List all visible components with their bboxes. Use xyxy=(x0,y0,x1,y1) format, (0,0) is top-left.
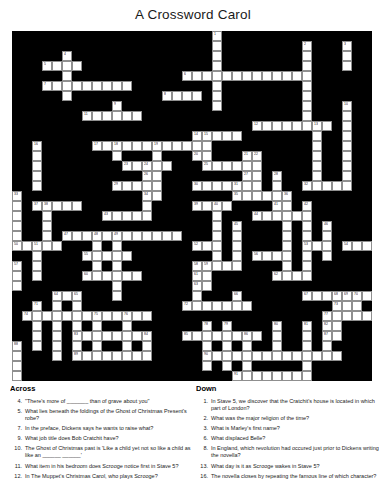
grid-cell xyxy=(92,271,102,281)
grid-cell xyxy=(112,331,122,341)
grid-cell xyxy=(322,341,332,351)
grid-cell: 68 xyxy=(332,291,342,301)
clue-item: 11.What item in his bedroom does Scrooge… xyxy=(10,462,192,469)
grid-cell xyxy=(262,371,272,381)
grid-cell: 57 xyxy=(12,261,22,271)
grid-cell xyxy=(342,131,352,141)
cell-number: 41 xyxy=(274,202,278,206)
grid-cell xyxy=(12,361,22,371)
grid-cell xyxy=(332,331,342,341)
grid-cell xyxy=(212,71,222,81)
grid-cell xyxy=(92,111,102,121)
grid-cell xyxy=(52,311,62,321)
grid-cell xyxy=(252,161,262,171)
cell-number: 48 xyxy=(94,232,98,236)
grid-cell xyxy=(102,111,112,121)
grid-cell xyxy=(262,211,272,221)
cell-number: 46 xyxy=(324,222,328,226)
grid-cell xyxy=(232,301,242,311)
cell-number: 19 xyxy=(154,142,158,146)
grid-cell xyxy=(132,311,142,321)
cell-number: 6 xyxy=(184,72,186,76)
grid-cell xyxy=(302,91,312,101)
grid-cell xyxy=(112,311,122,321)
grid-cell xyxy=(222,351,232,361)
cell-number: 43 xyxy=(104,212,108,216)
grid-cell: 40 xyxy=(212,201,222,211)
grid-cell: 25 xyxy=(202,161,212,171)
grid-cell xyxy=(122,321,132,331)
grid-cell xyxy=(32,341,42,351)
grid-cell: 51 xyxy=(32,241,42,251)
puzzle-title: A Crossword Carol xyxy=(0,7,386,22)
grid-cell xyxy=(222,71,232,81)
clue-text: The Ghost of Christmas past is 'Like a c… xyxy=(25,445,192,459)
cell-number: 68 xyxy=(334,292,338,296)
grid-cell xyxy=(312,161,322,171)
grid-cell xyxy=(52,301,62,311)
grid-cell xyxy=(122,351,132,361)
cell-number: 9 xyxy=(114,102,116,106)
grid-cell xyxy=(302,61,312,71)
grid-cell: 81 xyxy=(302,321,312,331)
grid-cell xyxy=(272,121,282,131)
grid-cell: 22 xyxy=(252,151,262,161)
grid-cell xyxy=(302,251,312,261)
grid-cell: 83 xyxy=(72,331,82,341)
grid-cell: 26 xyxy=(142,171,152,181)
grid-cell xyxy=(112,291,122,301)
cell-number: 23 xyxy=(124,162,128,166)
grid-cell xyxy=(22,241,32,251)
grid-cell xyxy=(232,131,242,141)
grid-cell: 24 xyxy=(142,161,152,171)
grid-cell xyxy=(212,331,222,341)
clue-number: 5. xyxy=(10,408,22,422)
cell-number: 7 xyxy=(44,82,46,86)
grid-cell xyxy=(202,181,212,191)
clue-item: 7.In the preface, Dickens says he wants … xyxy=(10,425,192,432)
cell-number: 33 xyxy=(14,192,18,196)
cell-number: 17 xyxy=(94,142,98,146)
cell-number: 51 xyxy=(34,242,38,246)
grid-cell xyxy=(222,131,232,141)
grid-cell xyxy=(342,301,352,311)
grid-cell: 11 xyxy=(82,111,92,121)
grid-cell xyxy=(312,171,322,181)
grid-cell xyxy=(122,231,132,241)
grid-cell xyxy=(322,121,332,131)
grid-cell xyxy=(242,191,252,201)
grid-cell xyxy=(282,351,292,361)
grid-cell xyxy=(102,231,112,241)
clue-number: 10. xyxy=(10,445,22,459)
grid-cell xyxy=(132,271,142,281)
clue-item: 13.What day is it as Scrooge wakes in St… xyxy=(196,462,382,469)
grid-cell xyxy=(102,311,112,321)
grid-cell xyxy=(202,361,212,371)
grid-cell xyxy=(242,361,252,371)
grid-cell xyxy=(112,241,122,251)
grid-cell xyxy=(32,171,42,181)
grid-cell xyxy=(192,141,202,151)
grid-cell xyxy=(122,251,132,261)
cell-number: 35 xyxy=(234,192,238,196)
grid-cell xyxy=(302,71,312,81)
cell-number: 91 xyxy=(234,372,238,376)
grid-cell: 56 xyxy=(252,251,262,261)
grid-cell: 33 xyxy=(12,191,22,201)
clue-item: 10.The Ghost of Christmas past is 'Like … xyxy=(10,445,192,459)
grid-cell: 59 xyxy=(202,261,212,271)
grid-cell: 74 xyxy=(22,311,32,321)
cell-number: 57 xyxy=(14,262,18,266)
cell-number: 3 xyxy=(344,42,346,46)
grid-cell: 23 xyxy=(122,161,132,171)
grid-cell xyxy=(162,141,172,151)
grid-cell xyxy=(32,321,42,331)
grid-cell xyxy=(302,351,312,361)
grid-cell xyxy=(222,201,232,211)
cell-number: 34 xyxy=(144,192,148,196)
grid-cell xyxy=(92,261,102,271)
grid-cell xyxy=(82,231,92,241)
clue-item: 1.In Stave 5, we discover that the Cratc… xyxy=(196,398,382,412)
grid-cell xyxy=(52,241,62,251)
cell-number: 37 xyxy=(34,202,38,206)
clues-section: Across 4."There's more of _______ than o… xyxy=(0,384,386,500)
grid-cell xyxy=(192,301,202,311)
grid-cell xyxy=(32,251,42,261)
grid-cell xyxy=(322,241,332,251)
grid-cell xyxy=(342,121,352,131)
grid-cell: 52 xyxy=(192,241,202,251)
clue-number: 9. xyxy=(10,435,22,442)
grid-cell xyxy=(212,81,222,91)
grid-cell xyxy=(192,71,202,81)
grid-cell: 35 xyxy=(232,191,242,201)
grid-cell xyxy=(342,181,352,191)
grid-cell xyxy=(222,361,232,371)
grid-cell xyxy=(352,301,362,311)
clue-text: In Stave 5, we discover that the Cratchi… xyxy=(211,398,382,412)
grid-cell xyxy=(232,231,242,241)
grid-cell xyxy=(232,241,242,251)
grid-cell: 91 xyxy=(232,371,242,381)
grid-cell xyxy=(142,181,152,191)
grid-cell xyxy=(302,271,312,281)
cell-number: 74 xyxy=(24,312,28,316)
cell-number: 55 xyxy=(84,252,88,256)
grid-cell xyxy=(342,61,352,71)
cell-number: 85 xyxy=(184,332,188,336)
grid-cell: 2 xyxy=(302,41,312,51)
cell-number: 75 xyxy=(94,312,98,316)
grid-cell xyxy=(302,231,312,241)
grid-cell xyxy=(92,351,102,361)
grid-cell: 28 xyxy=(272,171,282,181)
grid-cell xyxy=(292,351,302,361)
grid-cell xyxy=(242,341,252,351)
grid-cell: 38 xyxy=(42,201,52,211)
grid-cell xyxy=(92,321,102,331)
cell-number: 81 xyxy=(304,322,308,326)
grid-cell xyxy=(112,351,122,361)
grid-cell xyxy=(92,341,102,351)
grid-cell xyxy=(312,291,322,301)
grid-cell xyxy=(342,161,352,171)
grid-cell xyxy=(52,81,62,91)
clue-number: 1. xyxy=(196,398,208,412)
grid-cell: 46 xyxy=(322,221,332,231)
cell-number: 13 xyxy=(314,122,318,126)
grid-cell xyxy=(222,341,232,351)
grid-cell xyxy=(112,151,122,161)
grid-cell xyxy=(212,251,222,261)
grid-cell: 15 xyxy=(202,131,212,141)
grid-cell xyxy=(162,161,172,171)
grid-cell xyxy=(262,251,272,261)
grid-cell xyxy=(92,251,102,261)
grid-cell: 45 xyxy=(232,221,242,231)
grid-cell xyxy=(302,101,312,111)
grid-cell: 21 xyxy=(242,151,252,161)
grid-cell xyxy=(62,291,72,301)
cell-number: 86 xyxy=(244,332,248,336)
grid-cell: 18 xyxy=(112,141,122,151)
clue-item: 2.What was the major religion of the tim… xyxy=(196,415,382,422)
grid-cell xyxy=(32,181,42,191)
grid-cell xyxy=(292,271,302,281)
grid-cell xyxy=(52,201,62,211)
grid-cell xyxy=(172,231,182,241)
grid-cell xyxy=(122,141,132,151)
clue-item: 4."There's more of _______ than of grave… xyxy=(10,398,192,405)
grid-cell xyxy=(102,351,112,361)
cell-number: 25 xyxy=(204,162,208,166)
cell-number: 42 xyxy=(304,202,308,206)
cell-number: 76 xyxy=(124,312,128,316)
cell-number: 61 xyxy=(194,272,198,276)
grid-cell xyxy=(242,351,252,361)
grid-cell xyxy=(232,251,242,261)
grid-cell: 20 xyxy=(192,151,202,161)
grid-cell: 72 xyxy=(182,301,192,311)
grid-cell xyxy=(72,61,82,71)
cell-number: 50 xyxy=(14,242,18,246)
grid-cell: 79 xyxy=(222,321,232,331)
grid-cell: 61 xyxy=(192,271,202,281)
grid-cell xyxy=(52,331,62,341)
grid-cell xyxy=(142,351,152,361)
grid-cell: 37 xyxy=(32,201,42,211)
grid-cell xyxy=(322,251,332,261)
grid-cell xyxy=(42,221,52,231)
grid-cell xyxy=(292,121,302,131)
grid-cell: 17 xyxy=(92,141,102,151)
grid-cell xyxy=(222,181,232,191)
cell-number: 24 xyxy=(144,162,148,166)
down-clues-column: Down 1.In Stave 5, we discover that the … xyxy=(196,384,382,500)
clue-text: "There's more of _______ than of grave a… xyxy=(25,398,192,405)
cell-number: 58 xyxy=(194,262,198,266)
grid-cell xyxy=(322,291,332,301)
grid-cell xyxy=(312,141,322,151)
grid-cell: 7 xyxy=(42,81,52,91)
grid-cell xyxy=(42,241,52,251)
grid-cell: 77 xyxy=(322,311,332,321)
grid-cell xyxy=(142,231,152,241)
cell-number: 21 xyxy=(244,152,248,156)
grid-cell xyxy=(102,141,112,151)
grid-cell: 6 xyxy=(182,71,192,81)
grid-cell xyxy=(212,301,222,311)
grid-cell xyxy=(72,311,82,321)
grid-cell: 13 xyxy=(312,121,322,131)
grid-cell: 71 xyxy=(32,301,42,311)
cell-number: 47 xyxy=(64,232,68,236)
grid-cell xyxy=(212,211,222,221)
grid-cell xyxy=(142,211,152,221)
grid-cell xyxy=(32,161,42,171)
grid-cell xyxy=(222,331,232,341)
clue-text: The novella closes by repeating the famo… xyxy=(211,472,382,479)
grid-cell xyxy=(302,341,312,351)
grid-cell xyxy=(202,281,212,291)
grid-cell xyxy=(252,351,262,361)
grid-cell xyxy=(142,341,152,351)
grid-cell xyxy=(242,371,252,381)
grid-cell xyxy=(302,111,312,121)
grid-cell xyxy=(282,121,292,131)
grid-cell: 12 xyxy=(252,121,262,131)
cell-number: 44 xyxy=(254,212,258,216)
grid-cell xyxy=(192,91,202,101)
clue-text: What day is it as Scrooge wakes in Stave… xyxy=(211,462,382,469)
grid-cell xyxy=(312,181,322,191)
grid-cell xyxy=(272,341,282,351)
grid-cell xyxy=(212,231,222,241)
grid-cell xyxy=(362,241,372,251)
grid-cell xyxy=(192,291,202,301)
grid-cell xyxy=(212,51,222,61)
grid-cell xyxy=(342,111,352,121)
grid-cell: 76 xyxy=(122,311,132,321)
grid-cell: 82 xyxy=(322,321,332,331)
grid-cell xyxy=(152,151,162,161)
grid-cell xyxy=(212,61,222,71)
grid-cell: 31 xyxy=(232,181,242,191)
grid-cell xyxy=(92,81,102,91)
grid-cell xyxy=(312,351,322,361)
clue-text: What job title does Bob Cratchit have? xyxy=(25,435,192,442)
grid-cell xyxy=(352,311,362,321)
grid-cell xyxy=(12,351,22,361)
grid-cell: 41 xyxy=(272,201,282,211)
grid-cell xyxy=(212,91,222,101)
grid-cell xyxy=(302,361,312,371)
clue-number: 16. xyxy=(196,472,208,479)
cell-number: 88 xyxy=(14,342,18,346)
crossword-grid: 1234567891011121314151617181920212223242… xyxy=(12,31,372,381)
grid-cell xyxy=(272,71,282,81)
cell-number: 28 xyxy=(274,172,278,176)
grid-cell: 85 xyxy=(182,331,192,341)
grid-cell xyxy=(122,341,132,351)
cell-number: 90 xyxy=(204,352,208,356)
grid-cell xyxy=(192,331,202,341)
grid-cell xyxy=(292,211,302,221)
cell-number: 36 xyxy=(284,192,288,196)
grid-cell xyxy=(142,141,152,151)
grid-cell xyxy=(142,311,152,321)
grid-cell: 50 xyxy=(12,241,22,251)
grid-cell xyxy=(82,331,92,341)
grid-cell xyxy=(292,71,302,81)
grid-cell xyxy=(302,221,312,231)
cell-number: 73 xyxy=(334,302,338,306)
grid-cell xyxy=(342,151,352,161)
grid-cell xyxy=(12,211,22,221)
grid-cell xyxy=(362,291,372,301)
grid-cell: 4 xyxy=(62,51,72,61)
grid-cell xyxy=(72,231,82,241)
grid-cell xyxy=(222,161,232,171)
grid-cell xyxy=(352,241,362,251)
grid-cell xyxy=(282,71,292,81)
grid-cell xyxy=(252,171,262,181)
grid-cell xyxy=(282,221,292,231)
cell-number: 52 xyxy=(194,242,198,246)
clue-text: What displaced Belle? xyxy=(211,435,382,442)
grid-cell xyxy=(232,261,242,271)
cell-number: 83 xyxy=(74,332,78,336)
grid-cell: 29 xyxy=(112,181,122,191)
grid-cell xyxy=(122,111,132,121)
grid-cell: 9 xyxy=(112,101,122,111)
grid-cell xyxy=(322,181,332,191)
cell-number: 38 xyxy=(44,202,48,206)
clue-number: 12. xyxy=(10,472,22,479)
grid-cell xyxy=(62,91,72,101)
grid-cell: 69 xyxy=(342,291,352,301)
grid-cell: 58 xyxy=(192,261,202,271)
cell-number: 32 xyxy=(304,182,308,186)
grid-cell xyxy=(182,91,192,101)
grid-cell xyxy=(102,331,112,341)
grid-cell: 3 xyxy=(342,41,352,51)
clue-text: In the preface, Dickens says he wants to… xyxy=(25,425,192,432)
grid-cell xyxy=(112,81,122,91)
grid-cell xyxy=(12,281,22,291)
grid-cell xyxy=(32,311,42,321)
grid-cell: 84 xyxy=(142,331,152,341)
grid-cell xyxy=(272,181,282,191)
grid-cell: 53 xyxy=(302,241,312,251)
grid-cell: 89 xyxy=(72,351,82,361)
grid-cell xyxy=(332,311,342,321)
grid-cell: 36 xyxy=(282,191,292,201)
grid-cell xyxy=(272,251,282,261)
grid-cell xyxy=(72,301,82,311)
grid-cell xyxy=(182,141,192,151)
clue-number: 13. xyxy=(196,462,208,469)
cell-number: 8 xyxy=(164,92,166,96)
grid-cell xyxy=(142,201,152,211)
grid-cell xyxy=(202,201,212,211)
grid-cell xyxy=(112,211,122,221)
clue-number: 4. xyxy=(10,398,22,405)
